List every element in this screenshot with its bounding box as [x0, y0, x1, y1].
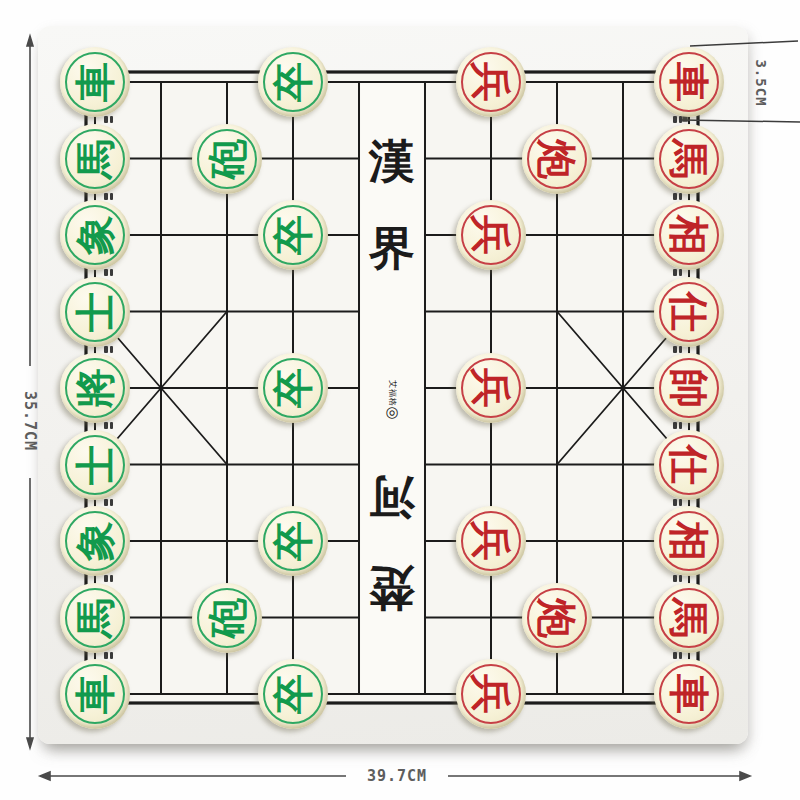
pieces-grid: 車馬象士將士象馬車砲砲卒卒卒卒卒車馬相仕帥仕相馬車炮炮兵兵兵兵兵 — [62, 44, 722, 733]
piece-size-label: 3.5CM — [753, 59, 769, 106]
piece-green-車[interactable]: 車 — [60, 659, 130, 729]
piece-green-車[interactable]: 車 — [60, 47, 130, 117]
piece-glyph: 卒 — [273, 215, 313, 255]
piece-glyph: 象 — [75, 521, 115, 561]
piece-glyph: 砲 — [207, 139, 247, 179]
file-number-mark — [673, 269, 682, 276]
piece-glyph: 仕 — [669, 445, 709, 485]
piece-glyph: 卒 — [273, 521, 313, 561]
piece-glyph: 卒 — [273, 62, 313, 102]
piece-glyph: 相 — [669, 215, 709, 255]
piece-glyph: 相 — [669, 521, 709, 561]
file-number-mark — [104, 346, 113, 353]
file-number-mark — [104, 193, 113, 200]
piece-red-兵[interactable]: 兵 — [456, 506, 526, 576]
piece-green-卒[interactable]: 卒 — [258, 353, 328, 423]
file-number-mark — [104, 575, 113, 582]
piece-red-車[interactable]: 車 — [654, 659, 724, 729]
piece-green-卒[interactable]: 卒 — [258, 47, 328, 117]
piece-glyph: 帥 — [669, 368, 709, 408]
file-number-mark — [673, 499, 682, 506]
piece-green-士[interactable]: 士 — [60, 430, 130, 500]
piece-glyph: 兵 — [471, 674, 511, 714]
piece-green-砲[interactable]: 砲 — [192, 583, 262, 653]
piece-glyph: 卒 — [273, 368, 313, 408]
piece-glyph: 馬 — [669, 598, 709, 638]
piece-glyph: 砲 — [207, 598, 247, 638]
file-number-mark — [673, 116, 682, 123]
piece-green-卒[interactable]: 卒 — [258, 659, 328, 729]
piece-green-砲[interactable]: 砲 — [192, 124, 262, 194]
piece-green-象[interactable]: 象 — [60, 506, 130, 576]
piece-red-仕[interactable]: 仕 — [654, 277, 724, 347]
piece-red-兵[interactable]: 兵 — [456, 47, 526, 117]
piece-glyph: 馬 — [75, 598, 115, 638]
file-number-mark — [673, 193, 682, 200]
piece-glyph: 兵 — [471, 368, 511, 408]
piece-green-士[interactable]: 士 — [60, 277, 130, 347]
piece-green-馬[interactable]: 馬 — [60, 124, 130, 194]
piece-glyph: 炮 — [537, 598, 577, 638]
piece-red-馬[interactable]: 馬 — [654, 583, 724, 653]
height-dimension-label: 35.7CM — [21, 391, 39, 451]
piece-glyph: 車 — [669, 62, 709, 102]
piece-red-仕[interactable]: 仕 — [654, 430, 724, 500]
piece-red-馬[interactable]: 馬 — [654, 124, 724, 194]
file-number-mark — [104, 116, 113, 123]
piece-red-炮[interactable]: 炮 — [522, 583, 592, 653]
piece-red-兵[interactable]: 兵 — [456, 659, 526, 729]
file-number-mark — [673, 346, 682, 353]
piece-red-帥[interactable]: 帥 — [654, 353, 724, 423]
piece-glyph: 馬 — [75, 139, 115, 179]
piece-glyph: 兵 — [471, 215, 511, 255]
piece-red-車[interactable]: 車 — [654, 47, 724, 117]
piece-glyph: 卒 — [273, 674, 313, 714]
piece-red-兵[interactable]: 兵 — [456, 200, 526, 270]
piece-glyph: 士 — [75, 445, 115, 485]
piece-glyph: 車 — [669, 674, 709, 714]
piece-green-馬[interactable]: 馬 — [60, 583, 130, 653]
piece-glyph: 將 — [75, 368, 115, 408]
width-dimension-label: 39.7CM — [367, 767, 427, 785]
piece-red-相[interactable]: 相 — [654, 200, 724, 270]
piece-green-卒[interactable]: 卒 — [258, 200, 328, 270]
piece-glyph: 馬 — [669, 139, 709, 179]
piece-red-兵[interactable]: 兵 — [456, 353, 526, 423]
piece-glyph: 車 — [75, 674, 115, 714]
file-number-mark — [104, 499, 113, 506]
piece-red-炮[interactable]: 炮 — [522, 124, 592, 194]
piece-red-相[interactable]: 相 — [654, 506, 724, 576]
piece-green-將[interactable]: 將 — [60, 353, 130, 423]
piece-glyph: 兵 — [471, 521, 511, 561]
piece-glyph: 仕 — [669, 292, 709, 332]
file-number-mark — [673, 652, 682, 659]
piece-glyph: 車 — [75, 62, 115, 102]
file-number-mark — [673, 422, 682, 429]
file-number-mark — [104, 422, 113, 429]
file-number-mark — [104, 269, 113, 276]
piece-glyph: 士 — [75, 292, 115, 332]
piece-glyph: 炮 — [537, 139, 577, 179]
piece-glyph: 兵 — [471, 62, 511, 102]
file-number-mark — [673, 575, 682, 582]
piece-glyph: 象 — [75, 215, 115, 255]
piece-green-卒[interactable]: 卒 — [258, 506, 328, 576]
piece-green-象[interactable]: 象 — [60, 200, 130, 270]
file-number-mark — [104, 652, 113, 659]
